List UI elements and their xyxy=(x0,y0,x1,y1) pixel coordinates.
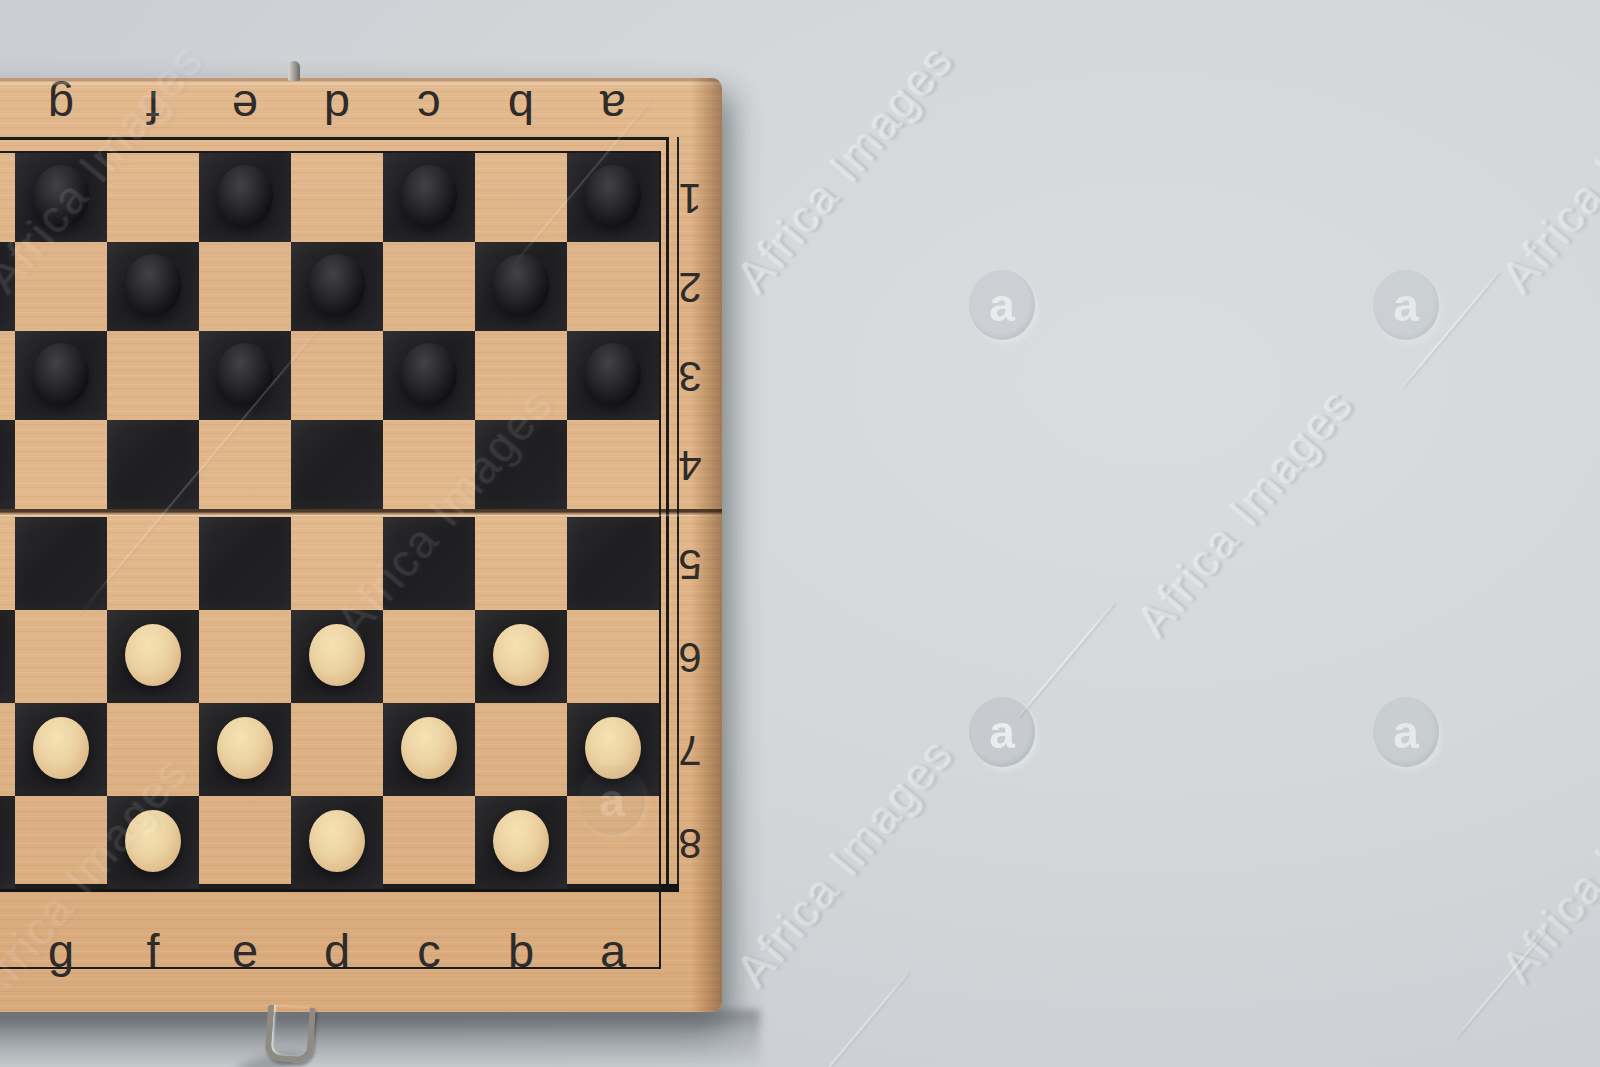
square-b5[interactable] xyxy=(475,517,567,610)
board-upper-half xyxy=(0,153,659,509)
square-a4[interactable] xyxy=(567,420,659,509)
square-g8[interactable] xyxy=(15,796,107,889)
square-d5[interactable] xyxy=(291,517,383,610)
square-f3[interactable] xyxy=(107,331,199,420)
photo-canvas: gfedcbagfedcba12345678 Africa ImagesAfri… xyxy=(0,0,1600,1067)
watermark-hairline xyxy=(1017,602,1115,718)
square-c8[interactable] xyxy=(383,796,475,889)
border-line-top xyxy=(0,137,667,140)
black-checker-e1[interactable] xyxy=(217,165,273,227)
black-checker-a3[interactable] xyxy=(585,343,641,405)
square-h6[interactable] xyxy=(0,610,15,703)
square-h7[interactable] xyxy=(0,703,15,796)
white-checker-a7[interactable] xyxy=(585,717,641,779)
black-checker-a1[interactable] xyxy=(585,165,641,227)
rank-label-6: 6 xyxy=(678,633,701,681)
file-label-bottom-b: b xyxy=(508,923,534,978)
watermark-hairline xyxy=(1401,272,1499,388)
square-e4[interactable] xyxy=(199,420,291,509)
square-f7[interactable] xyxy=(107,703,199,796)
file-label-bottom-c: c xyxy=(417,923,441,978)
square-b7[interactable] xyxy=(475,703,567,796)
rank-label-3: 3 xyxy=(678,352,701,400)
square-c2[interactable] xyxy=(383,242,475,331)
square-d1[interactable] xyxy=(291,153,383,242)
white-checker-d8[interactable] xyxy=(309,810,365,872)
square-a8[interactable] xyxy=(567,796,659,889)
file-label-bottom-d: d xyxy=(324,923,350,978)
square-f1[interactable] xyxy=(107,153,199,242)
black-checker-b2[interactable] xyxy=(493,254,549,316)
rank-label-2: 2 xyxy=(678,263,701,311)
file-label-top-b: b xyxy=(508,80,534,135)
watermark-logo-icon: a xyxy=(969,697,1035,767)
white-checker-c7[interactable] xyxy=(401,717,457,779)
black-checker-e3[interactable] xyxy=(217,343,273,405)
white-checker-e7[interactable] xyxy=(217,717,273,779)
square-b3[interactable] xyxy=(475,331,567,420)
file-label-top-e: e xyxy=(232,80,258,135)
square-c5[interactable] xyxy=(383,517,475,610)
watermark-hairline xyxy=(811,972,909,1067)
square-e2[interactable] xyxy=(199,242,291,331)
square-g4[interactable] xyxy=(15,420,107,509)
watermark-logo-icon: a xyxy=(1373,270,1439,340)
square-h4[interactable] xyxy=(0,420,15,509)
square-h8[interactable] xyxy=(0,796,15,889)
rank-label-5: 5 xyxy=(678,540,701,588)
square-h5[interactable] xyxy=(0,517,15,610)
black-checker-g1[interactable] xyxy=(33,165,89,227)
watermark-logo-icon: a xyxy=(969,270,1035,340)
white-checker-g7[interactable] xyxy=(33,717,89,779)
file-label-bottom-a: a xyxy=(600,923,626,978)
file-label-bottom-f: f xyxy=(146,923,159,978)
rank-label-4: 4 xyxy=(678,441,701,489)
square-h3[interactable] xyxy=(0,331,15,420)
watermark-text: Africa Images xyxy=(1491,33,1600,303)
square-e5[interactable] xyxy=(199,517,291,610)
black-checker-c1[interactable] xyxy=(401,165,457,227)
white-checker-b8[interactable] xyxy=(493,810,549,872)
file-label-top-a: a xyxy=(600,80,626,135)
file-label-bottom-g: g xyxy=(48,923,74,978)
board-cast-shadow xyxy=(0,1010,760,1067)
rank-label-8: 8 xyxy=(678,819,701,867)
black-checker-f2[interactable] xyxy=(125,254,181,316)
hinge-pin xyxy=(288,61,300,81)
square-f4[interactable] xyxy=(107,420,199,509)
square-g2[interactable] xyxy=(15,242,107,331)
white-checker-b6[interactable] xyxy=(493,624,549,686)
file-label-top-f: f xyxy=(146,80,159,135)
rank-label-7: 7 xyxy=(678,726,701,774)
square-d4[interactable] xyxy=(291,420,383,509)
square-c6[interactable] xyxy=(383,610,475,703)
black-checker-d2[interactable] xyxy=(309,254,365,316)
square-f5[interactable] xyxy=(107,517,199,610)
watermark-text: Africa Images xyxy=(726,727,965,997)
file-label-top-c: c xyxy=(417,80,441,135)
watermark-text: Africa Images xyxy=(726,33,965,303)
checkerboard: gfedcbagfedcba12345678 xyxy=(0,78,722,1012)
white-checker-f6[interactable] xyxy=(125,624,181,686)
square-d3[interactable] xyxy=(291,331,383,420)
square-e8[interactable] xyxy=(199,796,291,889)
watermark-hairline xyxy=(1454,931,1546,1040)
square-a5[interactable] xyxy=(567,517,659,610)
watermark-logo-icon: a xyxy=(1373,697,1439,767)
watermark-text: Africa Images xyxy=(1126,377,1365,647)
square-h2[interactable] xyxy=(0,242,15,331)
square-c4[interactable] xyxy=(383,420,475,509)
square-a6[interactable] xyxy=(567,610,659,703)
square-b4[interactable] xyxy=(475,420,567,509)
watermark-text: Africa Images xyxy=(1491,723,1600,993)
latch-clasp xyxy=(264,1004,316,1063)
rank-label-1: 1 xyxy=(678,174,701,222)
file-label-top-g: g xyxy=(48,80,74,135)
fold-seam xyxy=(0,509,722,517)
square-g5[interactable] xyxy=(15,517,107,610)
file-label-bottom-e: e xyxy=(232,923,258,978)
black-checker-g3[interactable] xyxy=(33,343,89,405)
square-b1[interactable] xyxy=(475,153,567,242)
white-checker-d6[interactable] xyxy=(309,624,365,686)
white-checker-f8[interactable] xyxy=(125,810,181,872)
square-h1[interactable] xyxy=(0,153,15,242)
black-checker-c3[interactable] xyxy=(401,343,457,405)
square-d7[interactable] xyxy=(291,703,383,796)
square-e6[interactable] xyxy=(199,610,291,703)
file-label-top-d: d xyxy=(324,80,350,135)
square-g6[interactable] xyxy=(15,610,107,703)
square-a2[interactable] xyxy=(567,242,659,331)
